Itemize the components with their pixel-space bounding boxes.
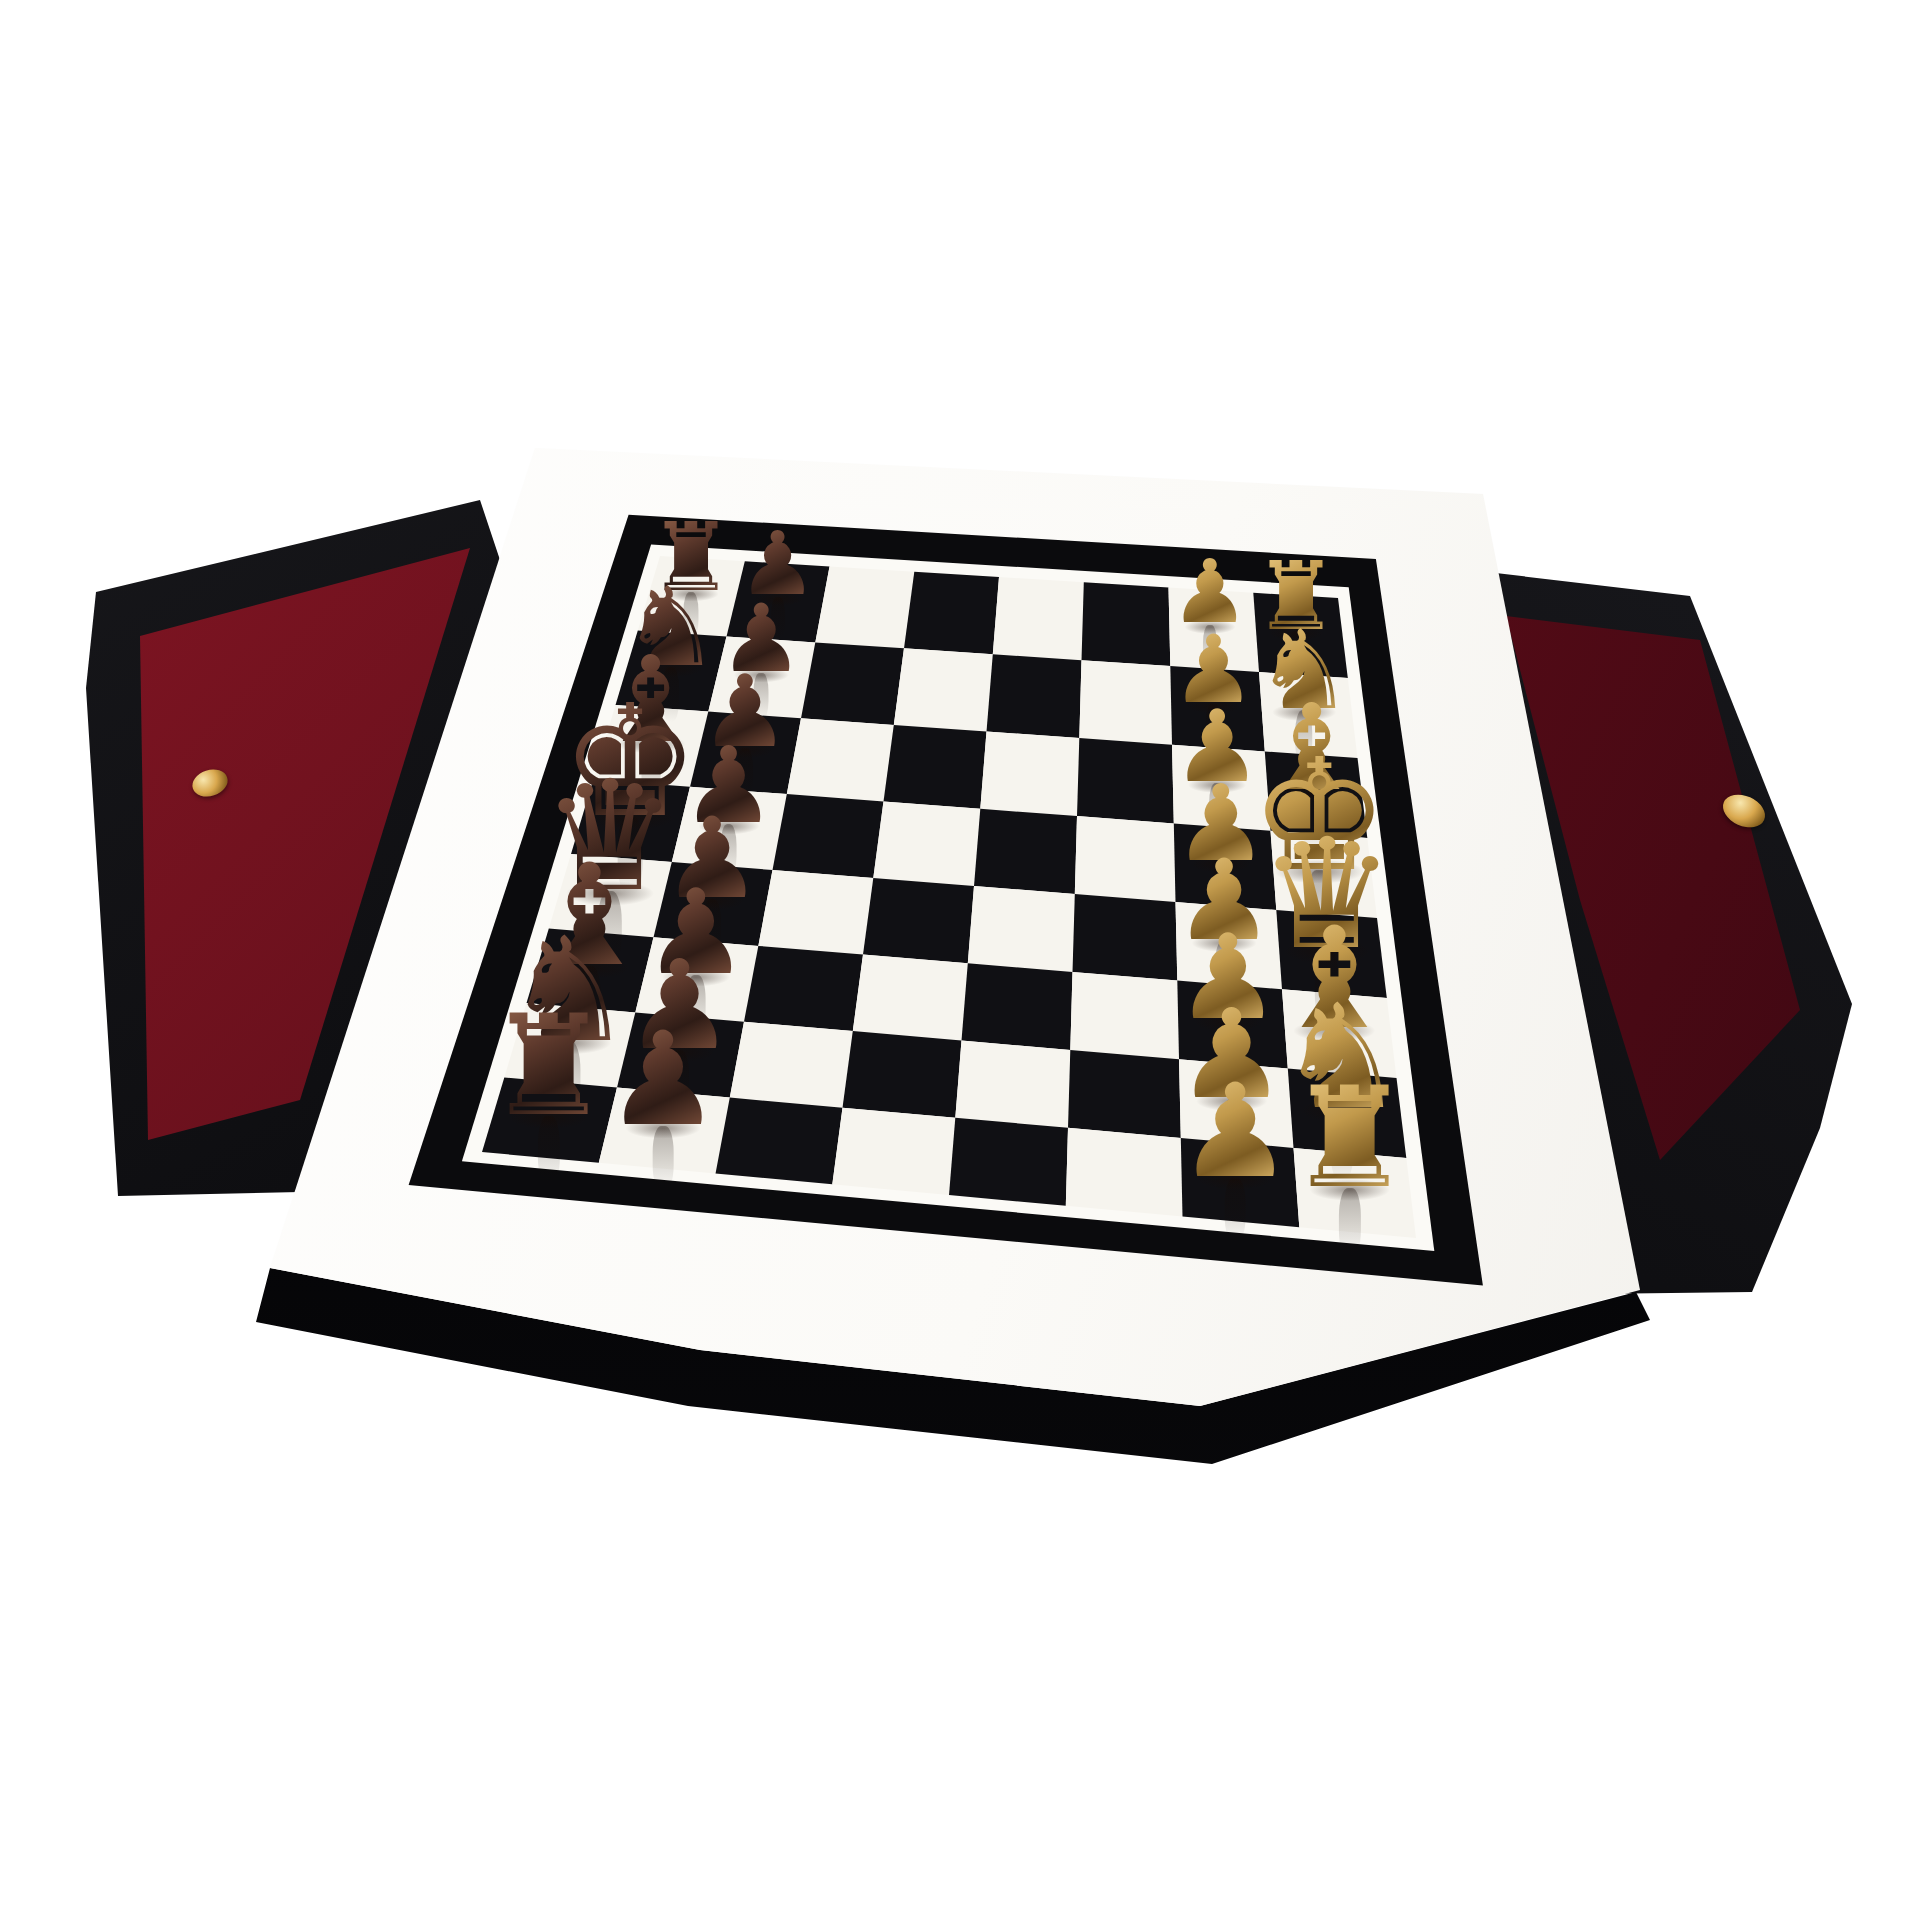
piece-black-brass-pawn-a7[interactable]: ♟ xyxy=(1177,1067,1293,1196)
piece-black-brass-rook-a8[interactable]: ♜ xyxy=(1287,1069,1412,1208)
pieces-layer: ♜♟♟♜♞♟♟♞♝♟♟♝♚♟♟♚♛♟♟♛♝♟♟♝♞♟♟♞♜♟♟♜ xyxy=(0,0,1920,1920)
piece-white-bronze-rook-a1[interactable]: ♜ xyxy=(486,997,611,1136)
product-photo-chess-set: { "game": "chess", "scene_type": "overhe… xyxy=(0,0,1920,1920)
scene: ♜♟♟♜♞♟♟♞♝♟♟♝♚♟♟♚♛♟♟♛♝♟♟♝♞♟♟♞♜♟♟♜ xyxy=(0,0,1920,1920)
piece-white-bronze-pawn-a2[interactable]: ♟ xyxy=(605,1015,721,1144)
